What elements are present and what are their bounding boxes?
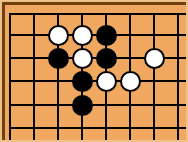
grid-line-vertical — [153, 13, 155, 140]
white-stone[interactable] — [144, 48, 165, 69]
go-diagram — [0, 0, 188, 142]
white-stone[interactable] — [96, 71, 117, 92]
black-stone[interactable] — [96, 25, 117, 46]
black-stone[interactable] — [48, 48, 69, 69]
white-stone[interactable] — [48, 25, 69, 46]
grid-line-vertical — [33, 13, 35, 140]
grid-line-vertical — [177, 13, 179, 140]
grid-line-horizontal — [9, 127, 186, 129]
grid-line-horizontal — [9, 104, 186, 106]
white-stone[interactable] — [72, 48, 93, 69]
go-board[interactable] — [2, 2, 186, 140]
white-stone[interactable] — [120, 71, 141, 92]
black-stone[interactable] — [72, 71, 93, 92]
grid-line-vertical — [9, 13, 11, 140]
grid-line-horizontal — [9, 13, 186, 15]
white-stone[interactable] — [72, 25, 93, 46]
black-stone[interactable] — [96, 48, 117, 69]
black-stone[interactable] — [72, 95, 93, 116]
